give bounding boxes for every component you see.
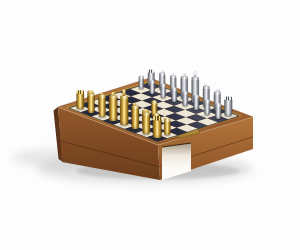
- piece-body: [77, 92, 84, 109]
- piece-body: [149, 82, 154, 94]
- piece-gold-rook-h1[interactable]: [153, 118, 161, 138]
- piece-body: [215, 105, 220, 119]
- piece-gold-king-e1[interactable]: [120, 97, 128, 125]
- piece-gold-pawn-h2[interactable]: [164, 119, 170, 134]
- piece-gold-bishop-c1[interactable]: [99, 96, 105, 117]
- chess-pieces: [0, 0, 300, 250]
- piece-body: [160, 85, 165, 97]
- piece-silver-pawn-f7[interactable]: [193, 97, 198, 110]
- chess-set-product-photo: [0, 0, 300, 250]
- piece-body: [109, 97, 117, 121]
- piece-body: [182, 93, 187, 106]
- piece-body: [132, 107, 139, 129]
- piece-silver-pawn-b7[interactable]: [149, 82, 154, 94]
- piece-gold-bishop-f1[interactable]: [132, 107, 139, 129]
- piece-body: [143, 113, 150, 133]
- piece-silver-pawn-e7[interactable]: [182, 93, 187, 106]
- piece-body: [171, 89, 176, 102]
- piece-body: [88, 94, 94, 112]
- piece-gold-rook-a1[interactable]: [77, 92, 84, 109]
- piece-silver-pawn-c7[interactable]: [160, 85, 165, 97]
- piece-body: [164, 119, 170, 134]
- piece-body: [224, 98, 231, 116]
- piece-silver-rook-h8[interactable]: [224, 98, 231, 116]
- piece-body: [99, 96, 105, 117]
- piece-body: [139, 78, 144, 90]
- piece-gold-knight-g1[interactable]: [143, 113, 150, 133]
- piece-silver-pawn-h7[interactable]: [215, 105, 220, 119]
- piece-gold-knight-b1[interactable]: [88, 94, 94, 112]
- piece-body: [204, 101, 209, 115]
- piece-body: [193, 97, 198, 110]
- piece-body: [120, 97, 128, 125]
- piece-gold-queen-d1[interactable]: [109, 97, 117, 121]
- piece-silver-pawn-d7[interactable]: [171, 89, 176, 102]
- piece-silver-pawn-a7[interactable]: [139, 78, 144, 90]
- piece-silver-pawn-g7[interactable]: [204, 101, 209, 115]
- piece-body: [153, 118, 161, 138]
